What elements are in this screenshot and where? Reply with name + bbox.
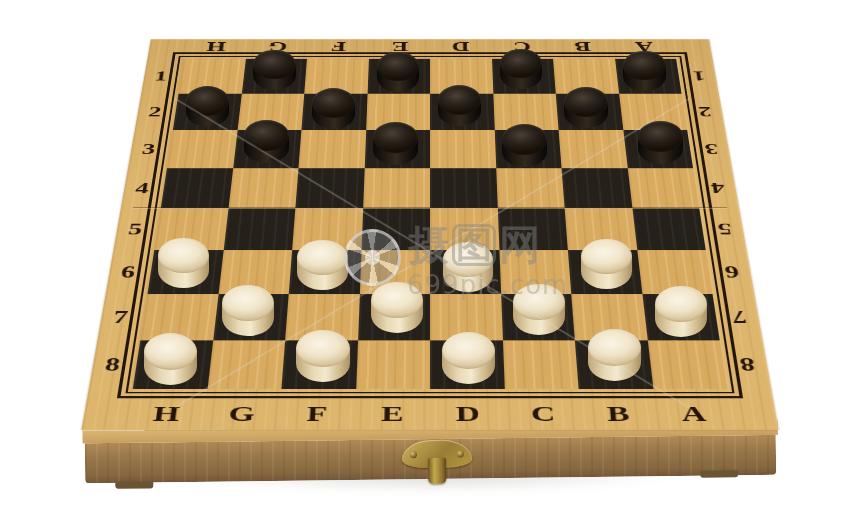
watermark-brand-char: 网 bbox=[499, 225, 540, 266]
piece-black-H2[interactable] bbox=[186, 86, 229, 127]
piece-black-A3[interactable] bbox=[638, 121, 682, 163]
black-piece-top bbox=[253, 50, 295, 80]
piece-white-H6[interactable] bbox=[158, 238, 209, 288]
black-piece-top bbox=[244, 120, 288, 151]
white-piece-top bbox=[588, 329, 641, 366]
black-piece-top bbox=[312, 88, 355, 118]
piece-black-A1[interactable] bbox=[623, 51, 665, 91]
piece-white-D8[interactable] bbox=[442, 332, 495, 384]
piece-white-F8[interactable] bbox=[296, 330, 349, 382]
black-piece-top bbox=[377, 52, 419, 82]
watermark-url: 699pic.com bbox=[407, 270, 568, 300]
piece-black-E1[interactable] bbox=[377, 52, 419, 92]
black-piece-top bbox=[564, 87, 607, 117]
aperture-icon bbox=[344, 229, 401, 286]
piece-white-G7[interactable] bbox=[222, 285, 274, 336]
piece-black-B2[interactable] bbox=[564, 87, 607, 128]
piece-black-D2[interactable] bbox=[438, 85, 481, 126]
piece-black-C1[interactable] bbox=[500, 49, 542, 89]
white-piece-top bbox=[442, 332, 495, 369]
piece-white-F6[interactable] bbox=[297, 240, 348, 290]
piece-white-H8[interactable] bbox=[144, 333, 197, 385]
white-piece-top bbox=[296, 330, 349, 367]
black-piece-top bbox=[438, 85, 481, 115]
black-piece-top bbox=[502, 124, 546, 155]
piece-black-F2[interactable] bbox=[312, 88, 355, 129]
white-piece-top bbox=[144, 333, 197, 370]
watermark-brand-char: 摄 bbox=[408, 225, 449, 266]
black-piece-top bbox=[623, 51, 665, 81]
white-piece-top bbox=[158, 238, 209, 273]
piece-black-C3[interactable] bbox=[502, 124, 546, 166]
piece-black-E3[interactable] bbox=[373, 122, 417, 164]
white-piece-top bbox=[581, 239, 632, 274]
piece-white-A7[interactable] bbox=[655, 286, 707, 337]
white-piece-top bbox=[297, 240, 348, 275]
watermark-brand-char: 图 bbox=[452, 224, 496, 266]
piece-white-B6[interactable] bbox=[581, 239, 632, 289]
piece-black-G1[interactable] bbox=[253, 50, 295, 90]
watermark-brand: 摄 图 网 bbox=[408, 224, 540, 266]
black-piece-top bbox=[186, 86, 229, 116]
piece-black-G3[interactable] bbox=[244, 120, 288, 162]
black-piece-top bbox=[373, 122, 417, 153]
